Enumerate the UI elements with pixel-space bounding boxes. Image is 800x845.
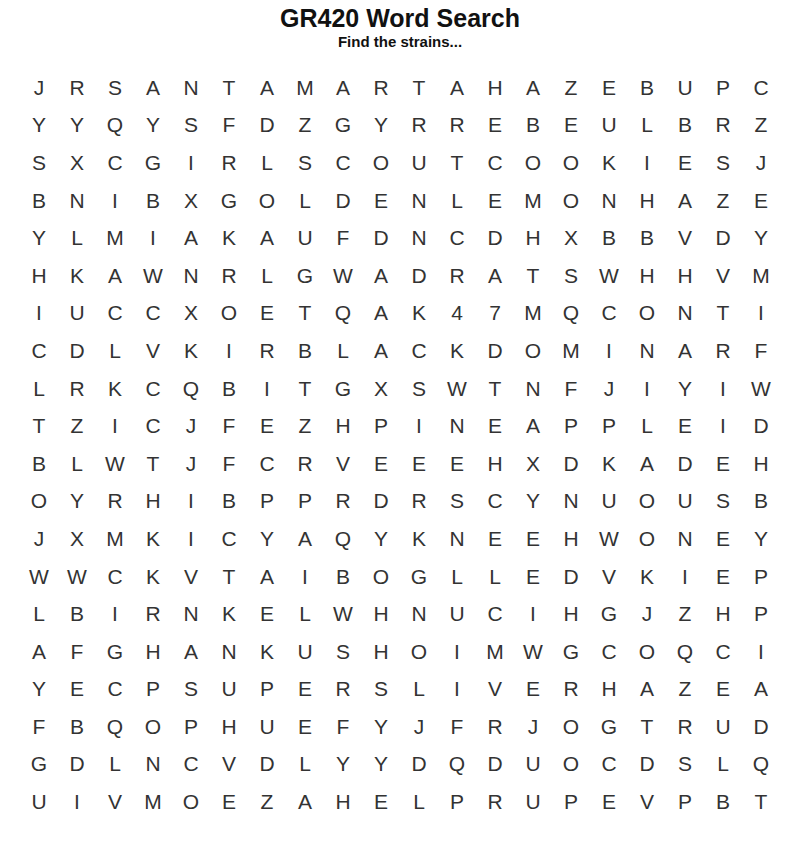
- grid-cell[interactable]: W: [58, 558, 96, 596]
- grid-cell[interactable]: Y: [58, 483, 96, 521]
- grid-cell[interactable]: K: [628, 558, 666, 596]
- grid-cell[interactable]: R: [400, 107, 438, 145]
- grid-cell[interactable]: H: [628, 182, 666, 220]
- grid-cell[interactable]: I: [96, 407, 134, 445]
- grid-cell[interactable]: E: [286, 708, 324, 746]
- grid-cell[interactable]: B: [628, 219, 666, 257]
- grid-cell[interactable]: L: [400, 671, 438, 709]
- grid-cell[interactable]: H: [210, 708, 248, 746]
- grid-cell[interactable]: P: [552, 407, 590, 445]
- grid-cell[interactable]: R: [210, 144, 248, 182]
- grid-cell[interactable]: Z: [742, 107, 780, 145]
- grid-cell[interactable]: O: [362, 144, 400, 182]
- grid-cell[interactable]: A: [742, 671, 780, 709]
- grid-cell[interactable]: B: [324, 558, 362, 596]
- grid-cell[interactable]: L: [20, 595, 58, 633]
- grid-cell[interactable]: S: [324, 633, 362, 671]
- grid-cell[interactable]: B: [58, 595, 96, 633]
- grid-cell[interactable]: I: [628, 144, 666, 182]
- grid-cell[interactable]: I: [742, 295, 780, 333]
- grid-cell[interactable]: F: [210, 407, 248, 445]
- grid-cell[interactable]: Q: [438, 746, 476, 784]
- grid-cell[interactable]: Y: [742, 219, 780, 257]
- grid-cell[interactable]: W: [324, 257, 362, 295]
- grid-cell[interactable]: A: [172, 219, 210, 257]
- grid-cell[interactable]: N: [134, 746, 172, 784]
- grid-cell[interactable]: S: [704, 483, 742, 521]
- grid-cell[interactable]: F: [58, 633, 96, 671]
- grid-cell[interactable]: N: [400, 182, 438, 220]
- grid-cell[interactable]: B: [20, 445, 58, 483]
- grid-cell[interactable]: H: [362, 595, 400, 633]
- grid-cell[interactable]: B: [58, 708, 96, 746]
- grid-cell[interactable]: K: [590, 144, 628, 182]
- grid-cell[interactable]: Z: [286, 407, 324, 445]
- grid-cell[interactable]: U: [704, 708, 742, 746]
- grid-cell[interactable]: L: [286, 182, 324, 220]
- grid-cell[interactable]: V: [324, 445, 362, 483]
- grid-cell[interactable]: K: [210, 595, 248, 633]
- grid-cell[interactable]: C: [248, 445, 286, 483]
- grid-cell[interactable]: L: [476, 558, 514, 596]
- grid-cell[interactable]: O: [400, 633, 438, 671]
- grid-cell[interactable]: E: [400, 445, 438, 483]
- grid-cell[interactable]: M: [96, 520, 134, 558]
- grid-cell[interactable]: E: [476, 107, 514, 145]
- grid-cell[interactable]: B: [20, 182, 58, 220]
- grid-cell[interactable]: I: [58, 783, 96, 821]
- grid-cell[interactable]: K: [172, 332, 210, 370]
- grid-cell[interactable]: N: [514, 370, 552, 408]
- grid-cell[interactable]: B: [210, 370, 248, 408]
- grid-cell[interactable]: X: [514, 445, 552, 483]
- grid-cell[interactable]: E: [590, 69, 628, 107]
- grid-cell[interactable]: C: [400, 332, 438, 370]
- grid-cell[interactable]: S: [362, 671, 400, 709]
- grid-cell[interactable]: R: [286, 445, 324, 483]
- grid-cell[interactable]: W: [20, 558, 58, 596]
- grid-cell[interactable]: D: [362, 483, 400, 521]
- grid-cell[interactable]: T: [210, 69, 248, 107]
- grid-cell[interactable]: P: [248, 483, 286, 521]
- grid-cell[interactable]: A: [286, 783, 324, 821]
- grid-cell[interactable]: E: [666, 407, 704, 445]
- grid-cell[interactable]: V: [172, 558, 210, 596]
- grid-cell[interactable]: Y: [514, 483, 552, 521]
- grid-cell[interactable]: B: [590, 219, 628, 257]
- grid-cell[interactable]: O: [628, 483, 666, 521]
- grid-cell[interactable]: D: [58, 746, 96, 784]
- grid-cell[interactable]: F: [324, 219, 362, 257]
- grid-cell[interactable]: F: [20, 708, 58, 746]
- grid-cell[interactable]: T: [286, 370, 324, 408]
- grid-cell[interactable]: O: [628, 633, 666, 671]
- grid-cell[interactable]: D: [400, 257, 438, 295]
- grid-cell[interactable]: K: [210, 219, 248, 257]
- grid-cell[interactable]: I: [438, 671, 476, 709]
- grid-cell[interactable]: C: [590, 295, 628, 333]
- grid-cell[interactable]: B: [704, 783, 742, 821]
- grid-cell[interactable]: R: [704, 332, 742, 370]
- grid-cell[interactable]: E: [704, 671, 742, 709]
- grid-cell[interactable]: C: [96, 144, 134, 182]
- grid-cell[interactable]: J: [20, 520, 58, 558]
- grid-cell[interactable]: N: [172, 69, 210, 107]
- grid-cell[interactable]: D: [742, 708, 780, 746]
- grid-cell[interactable]: O: [628, 520, 666, 558]
- grid-cell[interactable]: O: [552, 144, 590, 182]
- grid-cell[interactable]: Y: [20, 107, 58, 145]
- grid-cell[interactable]: Z: [704, 182, 742, 220]
- grid-cell[interactable]: T: [704, 295, 742, 333]
- grid-cell[interactable]: M: [476, 633, 514, 671]
- grid-cell[interactable]: G: [324, 370, 362, 408]
- grid-cell[interactable]: D: [476, 219, 514, 257]
- grid-cell[interactable]: L: [248, 257, 286, 295]
- grid-cell[interactable]: T: [514, 257, 552, 295]
- grid-cell[interactable]: I: [210, 332, 248, 370]
- grid-cell[interactable]: H: [590, 671, 628, 709]
- grid-cell[interactable]: O: [362, 558, 400, 596]
- grid-cell[interactable]: C: [590, 746, 628, 784]
- grid-cell[interactable]: E: [476, 182, 514, 220]
- grid-cell[interactable]: Y: [20, 671, 58, 709]
- grid-cell[interactable]: O: [514, 144, 552, 182]
- grid-cell[interactable]: B: [666, 107, 704, 145]
- grid-cell[interactable]: R: [438, 257, 476, 295]
- grid-cell[interactable]: L: [286, 746, 324, 784]
- grid-cell[interactable]: H: [704, 595, 742, 633]
- grid-cell[interactable]: E: [286, 671, 324, 709]
- grid-cell[interactable]: R: [324, 671, 362, 709]
- grid-cell[interactable]: I: [172, 520, 210, 558]
- grid-cell[interactable]: O: [172, 783, 210, 821]
- grid-cell[interactable]: X: [172, 182, 210, 220]
- grid-cell[interactable]: C: [96, 558, 134, 596]
- grid-cell[interactable]: D: [552, 445, 590, 483]
- grid-cell[interactable]: P: [742, 595, 780, 633]
- grid-cell[interactable]: G: [400, 558, 438, 596]
- grid-cell[interactable]: N: [666, 520, 704, 558]
- grid-cell[interactable]: R: [666, 708, 704, 746]
- grid-cell[interactable]: A: [172, 633, 210, 671]
- grid-cell[interactable]: W: [590, 520, 628, 558]
- grid-cell[interactable]: Y: [58, 107, 96, 145]
- grid-cell[interactable]: K: [590, 445, 628, 483]
- grid-cell[interactable]: D: [476, 332, 514, 370]
- grid-cell[interactable]: T: [286, 295, 324, 333]
- grid-cell[interactable]: S: [704, 144, 742, 182]
- grid-cell[interactable]: Q: [552, 295, 590, 333]
- grid-cell[interactable]: F: [210, 107, 248, 145]
- grid-cell[interactable]: I: [286, 558, 324, 596]
- grid-cell[interactable]: H: [362, 633, 400, 671]
- grid-cell[interactable]: I: [590, 332, 628, 370]
- grid-cell[interactable]: T: [210, 558, 248, 596]
- grid-cell[interactable]: G: [590, 708, 628, 746]
- grid-cell[interactable]: K: [134, 558, 172, 596]
- grid-cell[interactable]: K: [134, 520, 172, 558]
- grid-cell[interactable]: P: [590, 407, 628, 445]
- grid-cell[interactable]: J: [172, 445, 210, 483]
- grid-cell[interactable]: J: [514, 708, 552, 746]
- grid-cell[interactable]: L: [628, 107, 666, 145]
- grid-cell[interactable]: E: [362, 445, 400, 483]
- grid-cell[interactable]: P: [552, 783, 590, 821]
- grid-cell[interactable]: Z: [666, 595, 704, 633]
- grid-cell[interactable]: F: [438, 708, 476, 746]
- grid-cell[interactable]: A: [666, 182, 704, 220]
- grid-cell[interactable]: E: [248, 407, 286, 445]
- grid-cell[interactable]: X: [58, 520, 96, 558]
- grid-cell[interactable]: A: [96, 257, 134, 295]
- grid-cell[interactable]: L: [96, 332, 134, 370]
- grid-cell[interactable]: G: [590, 595, 628, 633]
- grid-cell[interactable]: W: [96, 445, 134, 483]
- grid-cell[interactable]: J: [400, 708, 438, 746]
- grid-cell[interactable]: Y: [134, 107, 172, 145]
- grid-cell[interactable]: S: [400, 370, 438, 408]
- grid-cell[interactable]: L: [58, 219, 96, 257]
- grid-cell[interactable]: N: [438, 407, 476, 445]
- grid-cell[interactable]: I: [172, 144, 210, 182]
- grid-cell[interactable]: V: [666, 219, 704, 257]
- grid-cell[interactable]: J: [628, 595, 666, 633]
- grid-cell[interactable]: E: [248, 595, 286, 633]
- grid-cell[interactable]: A: [362, 257, 400, 295]
- grid-cell[interactable]: U: [20, 783, 58, 821]
- grid-cell[interactable]: U: [400, 144, 438, 182]
- grid-cell[interactable]: C: [134, 370, 172, 408]
- grid-cell[interactable]: R: [58, 370, 96, 408]
- grid-cell[interactable]: I: [666, 558, 704, 596]
- grid-cell[interactable]: 7: [476, 295, 514, 333]
- grid-cell[interactable]: U: [514, 746, 552, 784]
- grid-cell[interactable]: Y: [362, 520, 400, 558]
- grid-cell[interactable]: L: [58, 445, 96, 483]
- grid-cell[interactable]: U: [590, 483, 628, 521]
- grid-cell[interactable]: O: [134, 708, 172, 746]
- grid-cell[interactable]: A: [438, 69, 476, 107]
- grid-cell[interactable]: S: [552, 257, 590, 295]
- grid-cell[interactable]: W: [742, 370, 780, 408]
- grid-cell[interactable]: L: [96, 746, 134, 784]
- grid-cell[interactable]: Y: [666, 370, 704, 408]
- grid-cell[interactable]: I: [514, 595, 552, 633]
- grid-cell[interactable]: G: [96, 633, 134, 671]
- grid-cell[interactable]: Q: [96, 107, 134, 145]
- grid-cell[interactable]: T: [742, 783, 780, 821]
- grid-cell[interactable]: R: [210, 257, 248, 295]
- grid-cell[interactable]: P: [362, 407, 400, 445]
- grid-cell[interactable]: G: [134, 144, 172, 182]
- grid-cell[interactable]: C: [20, 332, 58, 370]
- grid-cell[interactable]: H: [552, 520, 590, 558]
- grid-cell[interactable]: Q: [666, 633, 704, 671]
- grid-cell[interactable]: Q: [324, 295, 362, 333]
- grid-cell[interactable]: D: [666, 445, 704, 483]
- grid-cell[interactable]: C: [476, 483, 514, 521]
- grid-cell[interactable]: S: [666, 746, 704, 784]
- grid-cell[interactable]: I: [704, 407, 742, 445]
- grid-cell[interactable]: C: [134, 407, 172, 445]
- grid-cell[interactable]: S: [20, 144, 58, 182]
- grid-cell[interactable]: D: [248, 746, 286, 784]
- grid-cell[interactable]: P: [438, 783, 476, 821]
- grid-cell[interactable]: Y: [362, 107, 400, 145]
- grid-cell[interactable]: A: [628, 671, 666, 709]
- grid-cell[interactable]: A: [134, 69, 172, 107]
- grid-cell[interactable]: A: [362, 332, 400, 370]
- grid-cell[interactable]: L: [628, 407, 666, 445]
- grid-cell[interactable]: E: [476, 407, 514, 445]
- grid-cell[interactable]: H: [20, 257, 58, 295]
- grid-cell[interactable]: N: [172, 257, 210, 295]
- grid-cell[interactable]: C: [704, 633, 742, 671]
- grid-cell[interactable]: D: [476, 746, 514, 784]
- grid-cell[interactable]: R: [476, 708, 514, 746]
- grid-cell[interactable]: K: [400, 520, 438, 558]
- grid-cell[interactable]: D: [552, 558, 590, 596]
- grid-cell[interactable]: U: [666, 483, 704, 521]
- grid-cell[interactable]: J: [20, 69, 58, 107]
- grid-cell[interactable]: B: [514, 107, 552, 145]
- grid-cell[interactable]: Y: [324, 746, 362, 784]
- grid-cell[interactable]: D: [742, 407, 780, 445]
- grid-cell[interactable]: U: [248, 708, 286, 746]
- grid-cell[interactable]: I: [704, 370, 742, 408]
- grid-cell[interactable]: I: [438, 633, 476, 671]
- grid-cell[interactable]: T: [438, 144, 476, 182]
- grid-cell[interactable]: C: [438, 219, 476, 257]
- grid-cell[interactable]: R: [248, 332, 286, 370]
- grid-cell[interactable]: O: [514, 332, 552, 370]
- grid-cell[interactable]: Y: [362, 708, 400, 746]
- grid-cell[interactable]: V: [476, 671, 514, 709]
- grid-cell[interactable]: Q: [742, 746, 780, 784]
- grid-cell[interactable]: A: [514, 407, 552, 445]
- grid-cell[interactable]: H: [666, 257, 704, 295]
- grid-cell[interactable]: D: [248, 107, 286, 145]
- grid-cell[interactable]: H: [742, 445, 780, 483]
- grid-cell[interactable]: A: [666, 332, 704, 370]
- grid-cell[interactable]: I: [628, 370, 666, 408]
- grid-cell[interactable]: C: [590, 633, 628, 671]
- grid-cell[interactable]: T: [476, 370, 514, 408]
- grid-cell[interactable]: M: [514, 295, 552, 333]
- grid-cell[interactable]: E: [514, 671, 552, 709]
- grid-cell[interactable]: W: [324, 595, 362, 633]
- grid-cell[interactable]: I: [248, 370, 286, 408]
- grid-cell[interactable]: L: [324, 332, 362, 370]
- grid-cell[interactable]: F: [210, 445, 248, 483]
- grid-cell[interactable]: H: [324, 783, 362, 821]
- grid-cell[interactable]: A: [286, 520, 324, 558]
- grid-cell[interactable]: B: [628, 69, 666, 107]
- grid-cell[interactable]: D: [400, 746, 438, 784]
- grid-cell[interactable]: Z: [666, 671, 704, 709]
- grid-cell[interactable]: B: [742, 483, 780, 521]
- grid-cell[interactable]: P: [704, 69, 742, 107]
- grid-cell[interactable]: O: [248, 182, 286, 220]
- grid-cell[interactable]: Y: [742, 520, 780, 558]
- grid-cell[interactable]: W: [514, 633, 552, 671]
- grid-cell[interactable]: E: [666, 144, 704, 182]
- grid-cell[interactable]: M: [742, 257, 780, 295]
- grid-cell[interactable]: I: [172, 483, 210, 521]
- grid-cell[interactable]: P: [742, 558, 780, 596]
- grid-cell[interactable]: E: [438, 445, 476, 483]
- grid-cell[interactable]: I: [400, 407, 438, 445]
- grid-cell[interactable]: X: [552, 219, 590, 257]
- grid-cell[interactable]: Z: [286, 107, 324, 145]
- grid-cell[interactable]: V: [704, 257, 742, 295]
- grid-cell[interactable]: V: [96, 783, 134, 821]
- grid-cell[interactable]: S: [438, 483, 476, 521]
- grid-cell[interactable]: Q: [96, 708, 134, 746]
- grid-cell[interactable]: O: [552, 182, 590, 220]
- grid-cell[interactable]: X: [362, 370, 400, 408]
- grid-cell[interactable]: N: [400, 219, 438, 257]
- grid-cell[interactable]: L: [248, 144, 286, 182]
- grid-cell[interactable]: N: [58, 182, 96, 220]
- grid-cell[interactable]: I: [96, 595, 134, 633]
- grid-cell[interactable]: 4: [438, 295, 476, 333]
- grid-cell[interactable]: M: [514, 182, 552, 220]
- grid-cell[interactable]: M: [96, 219, 134, 257]
- grid-cell[interactable]: J: [172, 407, 210, 445]
- grid-cell[interactable]: A: [248, 219, 286, 257]
- grid-cell[interactable]: X: [58, 144, 96, 182]
- grid-cell[interactable]: M: [552, 332, 590, 370]
- grid-cell[interactable]: R: [438, 107, 476, 145]
- grid-cell[interactable]: U: [210, 671, 248, 709]
- grid-cell[interactable]: I: [134, 219, 172, 257]
- grid-cell[interactable]: E: [742, 182, 780, 220]
- grid-cell[interactable]: A: [476, 257, 514, 295]
- grid-cell[interactable]: H: [476, 69, 514, 107]
- grid-cell[interactable]: V: [590, 558, 628, 596]
- grid-cell[interactable]: Y: [362, 746, 400, 784]
- grid-cell[interactable]: Z: [58, 407, 96, 445]
- grid-cell[interactable]: A: [324, 69, 362, 107]
- grid-cell[interactable]: E: [514, 558, 552, 596]
- grid-cell[interactable]: S: [286, 144, 324, 182]
- grid-cell[interactable]: W: [438, 370, 476, 408]
- grid-cell[interactable]: N: [590, 182, 628, 220]
- grid-cell[interactable]: H: [134, 483, 172, 521]
- grid-cell[interactable]: Q: [324, 520, 362, 558]
- grid-cell[interactable]: K: [400, 295, 438, 333]
- grid-cell[interactable]: U: [590, 107, 628, 145]
- grid-cell[interactable]: U: [666, 69, 704, 107]
- grid-cell[interactable]: O: [628, 295, 666, 333]
- grid-cell[interactable]: L: [20, 370, 58, 408]
- grid-cell[interactable]: E: [552, 107, 590, 145]
- grid-cell[interactable]: L: [438, 558, 476, 596]
- grid-cell[interactable]: N: [438, 520, 476, 558]
- grid-cell[interactable]: N: [628, 332, 666, 370]
- grid-cell[interactable]: N: [552, 483, 590, 521]
- grid-cell[interactable]: A: [628, 445, 666, 483]
- grid-cell[interactable]: B: [210, 483, 248, 521]
- grid-cell[interactable]: A: [248, 69, 286, 107]
- grid-cell[interactable]: D: [362, 219, 400, 257]
- grid-cell[interactable]: R: [400, 483, 438, 521]
- grid-cell[interactable]: E: [514, 520, 552, 558]
- grid-cell[interactable]: E: [210, 783, 248, 821]
- grid-cell[interactable]: K: [438, 332, 476, 370]
